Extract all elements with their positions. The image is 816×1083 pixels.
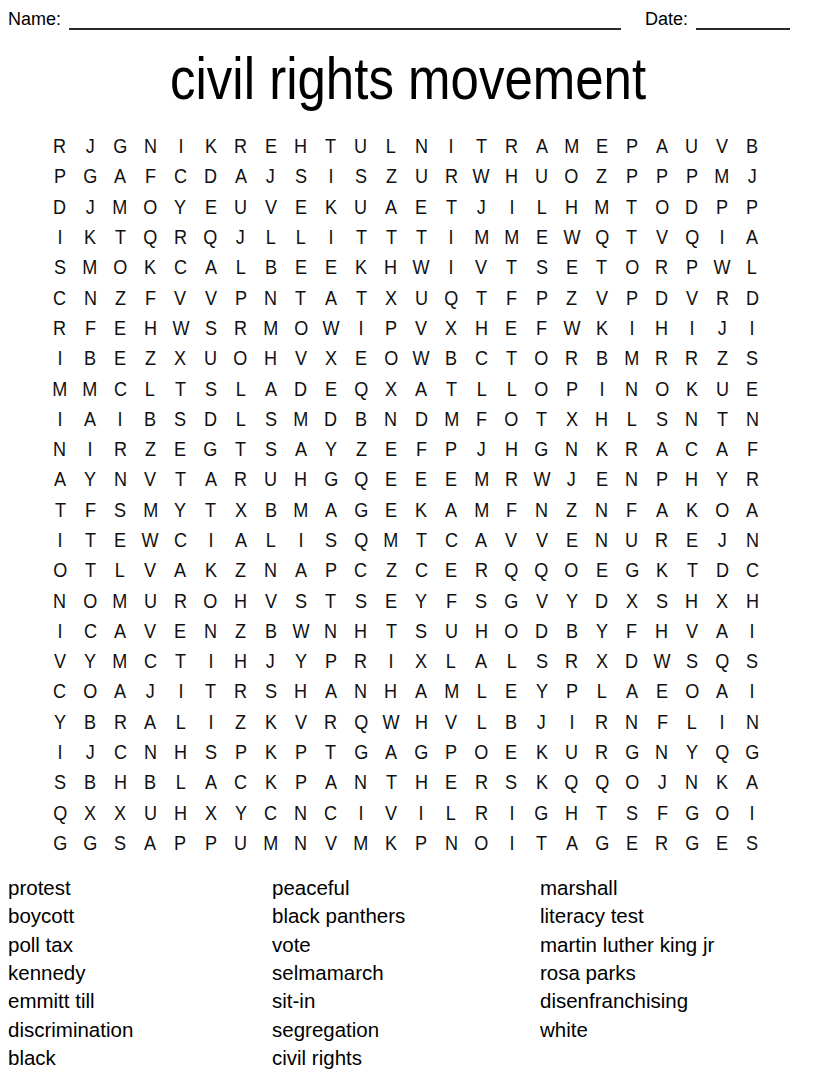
grid-cell-r3c17[interactable]: L [527,192,557,222]
grid-cell-r7c18[interactable]: W [557,313,587,343]
grid-cell-r1c9[interactable]: H [286,131,316,161]
grid-cell-r21c12[interactable]: A [376,737,406,767]
grid-cell-r6c2[interactable]: N [75,282,105,312]
grid-cell-r3c12[interactable]: A [376,192,406,222]
grid-cell-r1c13[interactable]: N [406,131,436,161]
grid-cell-r3c16[interactable]: I [496,192,526,222]
grid-cell-r17c14[interactable]: U [436,616,466,646]
grid-cell-r15c21[interactable]: K [647,555,677,585]
grid-cell-r5c13[interactable]: W [406,252,436,282]
grid-cell-r5c10[interactable]: E [316,252,346,282]
grid-cell-r2c3[interactable]: A [105,161,135,191]
grid-cell-r13c16[interactable]: F [496,495,526,525]
grid-cell-r17c23[interactable]: A [707,616,737,646]
grid-cell-r10c7[interactable]: L [226,404,256,434]
grid-cell-r10c11[interactable]: B [346,404,376,434]
grid-cell-r9c5[interactable]: T [165,373,195,403]
grid-cell-r20c1[interactable]: Y [45,707,75,737]
grid-cell-r13c21[interactable]: A [647,495,677,525]
grid-cell-r16c21[interactable]: S [647,585,677,615]
grid-cell-r3c8[interactable]: V [256,192,286,222]
grid-cell-r13c7[interactable]: X [226,495,256,525]
grid-cell-r1c15[interactable]: T [466,131,496,161]
grid-cell-r21c15[interactable]: O [466,737,496,767]
grid-cell-r1c16[interactable]: R [496,131,526,161]
grid-cell-r6c20[interactable]: P [617,282,647,312]
grid-cell-r20c22[interactable]: L [677,707,707,737]
grid-cell-r11c8[interactable]: S [256,434,286,464]
grid-cell-r17c4[interactable]: V [135,616,165,646]
grid-cell-r13c18[interactable]: Z [557,495,587,525]
grid-cell-r11c7[interactable]: T [226,434,256,464]
grid-cell-r10c5[interactable]: S [165,404,195,434]
grid-cell-r24c3[interactable]: S [105,828,135,858]
grid-cell-r24c9[interactable]: N [286,828,316,858]
grid-cell-r2c16[interactable]: H [496,161,526,191]
grid-cell-r19c17[interactable]: Y [527,676,557,706]
grid-cell-r7c19[interactable]: K [587,313,617,343]
grid-cell-r13c12[interactable]: E [376,495,406,525]
grid-cell-r6c15[interactable]: T [466,282,496,312]
grid-cell-r8c2[interactable]: B [75,343,105,373]
grid-cell-r15c9[interactable]: A [286,555,316,585]
grid-cell-r16c8[interactable]: V [256,585,286,615]
grid-cell-r13c24[interactable]: A [737,495,767,525]
grid-cell-r18c2[interactable]: Y [75,646,105,676]
grid-cell-r5c3[interactable]: O [105,252,135,282]
grid-cell-r1c6[interactable]: K [195,131,225,161]
grid-cell-r13c6[interactable]: T [195,495,225,525]
grid-cell-r12c6[interactable]: A [195,464,225,494]
grid-cell-r4c3[interactable]: T [105,222,135,252]
grid-cell-r24c19[interactable]: G [587,828,617,858]
grid-cell-r22c8[interactable]: K [256,767,286,797]
grid-cell-r10c24[interactable]: N [737,404,767,434]
grid-cell-r9c23[interactable]: U [707,373,737,403]
grid-cell-r4c24[interactable]: A [737,222,767,252]
grid-cell-r7c6[interactable]: S [195,313,225,343]
grid-cell-r20c21[interactable]: F [647,707,677,737]
grid-cell-r18c18[interactable]: R [557,646,587,676]
grid-cell-r21c10[interactable]: T [316,737,346,767]
grid-cell-r1c14[interactable]: I [436,131,466,161]
grid-cell-r23c15[interactable]: R [466,798,496,828]
grid-cell-r16c4[interactable]: U [135,585,165,615]
grid-cell-r16c19[interactable]: D [587,585,617,615]
grid-cell-r11c16[interactable]: H [496,434,526,464]
grid-cell-r19c19[interactable]: L [587,676,617,706]
grid-cell-r17c19[interactable]: Y [587,616,617,646]
grid-cell-r12c18[interactable]: J [557,464,587,494]
grid-cell-r8c5[interactable]: X [165,343,195,373]
grid-cell-r19c11[interactable]: N [346,676,376,706]
grid-cell-r13c8[interactable]: B [256,495,286,525]
grid-cell-r3c2[interactable]: J [75,192,105,222]
grid-cell-r2c17[interactable]: U [527,161,557,191]
grid-cell-r22c4[interactable]: B [135,767,165,797]
grid-cell-r22c6[interactable]: A [195,767,225,797]
grid-cell-r9c17[interactable]: O [527,373,557,403]
grid-cell-r5c4[interactable]: K [135,252,165,282]
grid-cell-r22c21[interactable]: J [647,767,677,797]
grid-cell-r12c24[interactable]: R [737,464,767,494]
grid-cell-r1c22[interactable]: U [677,131,707,161]
grid-cell-r10c9[interactable]: M [286,404,316,434]
grid-cell-r20c14[interactable]: V [436,707,466,737]
grid-cell-r14c18[interactable]: E [557,525,587,555]
grid-cell-r24c8[interactable]: M [256,828,286,858]
grid-cell-r7c10[interactable]: W [316,313,346,343]
grid-cell-r14c17[interactable]: V [527,525,557,555]
grid-cell-r9c18[interactable]: P [557,373,587,403]
grid-cell-r2c14[interactable]: R [436,161,466,191]
grid-cell-r20c20[interactable]: N [617,707,647,737]
grid-cell-r20c17[interactable]: J [527,707,557,737]
grid-cell-r5c5[interactable]: C [165,252,195,282]
grid-cell-r23c2[interactable]: X [75,798,105,828]
grid-cell-r23c10[interactable]: C [316,798,346,828]
grid-cell-r12c7[interactable]: R [226,464,256,494]
grid-cell-r5c24[interactable]: L [737,252,767,282]
grid-cell-r16c15[interactable]: S [466,585,496,615]
grid-cell-r17c3[interactable]: A [105,616,135,646]
grid-cell-r11c14[interactable]: P [436,434,466,464]
grid-cell-r12c2[interactable]: Y [75,464,105,494]
grid-cell-r10c18[interactable]: X [557,404,587,434]
grid-cell-r14c10[interactable]: S [316,525,346,555]
grid-cell-r15c13[interactable]: C [406,555,436,585]
grid-cell-r2c18[interactable]: O [557,161,587,191]
grid-cell-r21c22[interactable]: Y [677,737,707,767]
grid-cell-r2c23[interactable]: M [707,161,737,191]
grid-cell-r16c2[interactable]: O [75,585,105,615]
grid-cell-r23c22[interactable]: G [677,798,707,828]
grid-cell-r21c20[interactable]: G [617,737,647,767]
grid-cell-r12c21[interactable]: P [647,464,677,494]
grid-cell-r5c20[interactable]: O [617,252,647,282]
grid-cell-r7c13[interactable]: V [406,313,436,343]
grid-cell-r8c8[interactable]: H [256,343,286,373]
grid-cell-r3c15[interactable]: J [466,192,496,222]
grid-cell-r15c19[interactable]: E [587,555,617,585]
grid-cell-r9c6[interactable]: S [195,373,225,403]
grid-cell-r12c1[interactable]: A [45,464,75,494]
grid-cell-r16c6[interactable]: O [195,585,225,615]
grid-cell-r21c9[interactable]: P [286,737,316,767]
grid-cell-r9c14[interactable]: T [436,373,466,403]
grid-cell-r21c6[interactable]: S [195,737,225,767]
grid-cell-r4c12[interactable]: T [376,222,406,252]
grid-cell-r17c10[interactable]: N [316,616,346,646]
grid-cell-r14c19[interactable]: N [587,525,617,555]
grid-cell-r20c19[interactable]: R [587,707,617,737]
grid-cell-r20c18[interactable]: I [557,707,587,737]
grid-cell-r3c1[interactable]: D [45,192,75,222]
grid-cell-r13c22[interactable]: K [677,495,707,525]
grid-cell-r6c22[interactable]: V [677,282,707,312]
grid-cell-r4c21[interactable]: V [647,222,677,252]
grid-cell-r4c7[interactable]: J [226,222,256,252]
grid-cell-r6c3[interactable]: Z [105,282,135,312]
grid-cell-r20c15[interactable]: L [466,707,496,737]
grid-cell-r11c3[interactable]: R [105,434,135,464]
grid-cell-r18c6[interactable]: I [195,646,225,676]
grid-cell-r7c11[interactable]: I [346,313,376,343]
grid-cell-r3c18[interactable]: H [557,192,587,222]
grid-cell-r8c18[interactable]: R [557,343,587,373]
grid-cell-r11c20[interactable]: R [617,434,647,464]
grid-cell-r9c4[interactable]: L [135,373,165,403]
grid-cell-r11c10[interactable]: Y [316,434,346,464]
grid-cell-r4c22[interactable]: Q [677,222,707,252]
grid-cell-r21c14[interactable]: P [436,737,466,767]
grid-cell-r14c2[interactable]: T [75,525,105,555]
grid-cell-r22c20[interactable]: O [617,767,647,797]
grid-cell-r22c15[interactable]: R [466,767,496,797]
grid-cell-r6c21[interactable]: D [647,282,677,312]
grid-cell-r2c1[interactable]: P [45,161,75,191]
grid-cell-r22c10[interactable]: A [316,767,346,797]
grid-cell-r3c19[interactable]: M [587,192,617,222]
grid-cell-r11c12[interactable]: E [376,434,406,464]
grid-cell-r7c5[interactable]: W [165,313,195,343]
grid-cell-r9c19[interactable]: I [587,373,617,403]
grid-cell-r5c15[interactable]: V [466,252,496,282]
grid-cell-r1c2[interactable]: J [75,131,105,161]
grid-cell-r6c13[interactable]: U [406,282,436,312]
grid-cell-r9c22[interactable]: K [677,373,707,403]
grid-cell-r18c1[interactable]: V [45,646,75,676]
grid-cell-r20c12[interactable]: W [376,707,406,737]
grid-cell-r18c10[interactable]: P [316,646,346,676]
grid-cell-r2c10[interactable]: I [316,161,346,191]
grid-cell-r6c10[interactable]: A [316,282,346,312]
grid-cell-r17c18[interactable]: B [557,616,587,646]
grid-cell-r19c15[interactable]: L [466,676,496,706]
grid-cell-r4c10[interactable]: I [316,222,346,252]
grid-cell-r10c19[interactable]: H [587,404,617,434]
grid-cell-r2c5[interactable]: C [165,161,195,191]
grid-cell-r12c5[interactable]: T [165,464,195,494]
grid-cell-r3c5[interactable]: Y [165,192,195,222]
grid-cell-r24c10[interactable]: V [316,828,346,858]
grid-cell-r1c4[interactable]: N [135,131,165,161]
grid-cell-r3c10[interactable]: K [316,192,346,222]
grid-cell-r14c3[interactable]: E [105,525,135,555]
grid-cell-r22c9[interactable]: P [286,767,316,797]
grid-cell-r8c17[interactable]: O [527,343,557,373]
grid-cell-r3c14[interactable]: T [436,192,466,222]
grid-cell-r23c16[interactable]: I [496,798,526,828]
grid-cell-r6c7[interactable]: P [226,282,256,312]
grid-cell-r15c3[interactable]: L [105,555,135,585]
grid-cell-r19c8[interactable]: S [256,676,286,706]
grid-cell-r22c12[interactable]: T [376,767,406,797]
grid-cell-r13c2[interactable]: F [75,495,105,525]
grid-cell-r1c23[interactable]: V [707,131,737,161]
grid-cell-r20c3[interactable]: R [105,707,135,737]
grid-cell-r21c3[interactable]: C [105,737,135,767]
grid-cell-r22c5[interactable]: L [165,767,195,797]
grid-cell-r18c24[interactable]: S [737,646,767,676]
grid-cell-r11c5[interactable]: E [165,434,195,464]
grid-cell-r19c16[interactable]: E [496,676,526,706]
grid-cell-r3c4[interactable]: O [135,192,165,222]
grid-cell-r1c1[interactable]: R [45,131,75,161]
grid-cell-r1c7[interactable]: R [226,131,256,161]
grid-cell-r5c8[interactable]: B [256,252,286,282]
grid-cell-r21c18[interactable]: U [557,737,587,767]
grid-cell-r2c4[interactable]: F [135,161,165,191]
grid-cell-r9c8[interactable]: A [256,373,286,403]
grid-cell-r3c7[interactable]: U [226,192,256,222]
grid-cell-r14c13[interactable]: T [406,525,436,555]
grid-cell-r11c6[interactable]: G [195,434,225,464]
grid-cell-r2c22[interactable]: P [677,161,707,191]
grid-cell-r19c2[interactable]: O [75,676,105,706]
grid-cell-r16c9[interactable]: S [286,585,316,615]
grid-cell-r13c17[interactable]: N [527,495,557,525]
grid-cell-r16c12[interactable]: E [376,585,406,615]
grid-cell-r10c16[interactable]: O [496,404,526,434]
grid-cell-r13c5[interactable]: Y [165,495,195,525]
grid-cell-r4c19[interactable]: Q [587,222,617,252]
grid-cell-r3c21[interactable]: O [647,192,677,222]
grid-cell-r5c12[interactable]: H [376,252,406,282]
grid-cell-r16c11[interactable]: S [346,585,376,615]
grid-cell-r15c5[interactable]: A [165,555,195,585]
grid-cell-r12c11[interactable]: Q [346,464,376,494]
grid-cell-r5c19[interactable]: T [587,252,617,282]
grid-cell-r24c22[interactable]: G [677,828,707,858]
grid-cell-r12c10[interactable]: G [316,464,346,494]
grid-cell-r4c1[interactable]: I [45,222,75,252]
grid-cell-r17c24[interactable]: I [737,616,767,646]
grid-cell-r2c24[interactable]: J [737,161,767,191]
grid-cell-r19c5[interactable]: I [165,676,195,706]
grid-cell-r12c13[interactable]: E [406,464,436,494]
grid-cell-r24c17[interactable]: T [527,828,557,858]
grid-cell-r20c11[interactable]: Q [346,707,376,737]
grid-cell-r15c11[interactable]: C [346,555,376,585]
grid-cell-r24c2[interactable]: G [75,828,105,858]
grid-cell-r24c5[interactable]: P [165,828,195,858]
grid-cell-r17c7[interactable]: Z [226,616,256,646]
grid-cell-r11c17[interactable]: G [527,434,557,464]
grid-cell-r16c10[interactable]: T [316,585,346,615]
grid-cell-r19c10[interactable]: A [316,676,346,706]
grid-cell-r20c8[interactable]: K [256,707,286,737]
grid-cell-r21c24[interactable]: G [737,737,767,767]
grid-cell-r4c9[interactable]: L [286,222,316,252]
grid-cell-r11c13[interactable]: F [406,434,436,464]
grid-cell-r5c21[interactable]: R [647,252,677,282]
grid-cell-r10c17[interactable]: T [527,404,557,434]
grid-cell-r11c11[interactable]: Z [346,434,376,464]
grid-cell-r10c15[interactable]: F [466,404,496,434]
grid-cell-r22c18[interactable]: Q [557,767,587,797]
grid-cell-r4c18[interactable]: W [557,222,587,252]
grid-cell-r20c9[interactable]: V [286,707,316,737]
grid-cell-r15c2[interactable]: T [75,555,105,585]
grid-cell-r18c12[interactable]: I [376,646,406,676]
grid-cell-r6c6[interactable]: V [195,282,225,312]
grid-cell-r24c23[interactable]: E [707,828,737,858]
grid-cell-r7c23[interactable]: J [707,313,737,343]
grid-cell-r16c17[interactable]: V [527,585,557,615]
grid-cell-r22c3[interactable]: H [105,767,135,797]
grid-cell-r23c19[interactable]: T [587,798,617,828]
grid-cell-r9c13[interactable]: A [406,373,436,403]
grid-cell-r18c14[interactable]: L [436,646,466,676]
grid-cell-r4c11[interactable]: T [346,222,376,252]
grid-cell-r2c11[interactable]: S [346,161,376,191]
grid-cell-r23c17[interactable]: G [527,798,557,828]
grid-cell-r15c18[interactable]: O [557,555,587,585]
grid-cell-r4c6[interactable]: Q [195,222,225,252]
grid-cell-r1c3[interactable]: G [105,131,135,161]
grid-cell-r2c21[interactable]: P [647,161,677,191]
grid-cell-r17c16[interactable]: O [496,616,526,646]
grid-cell-r6c9[interactable]: T [286,282,316,312]
grid-cell-r22c7[interactable]: C [226,767,256,797]
grid-cell-r19c20[interactable]: A [617,676,647,706]
grid-cell-r24c7[interactable]: U [226,828,256,858]
grid-cell-r21c11[interactable]: G [346,737,376,767]
grid-cell-r24c6[interactable]: P [195,828,225,858]
grid-cell-r9c15[interactable]: L [466,373,496,403]
grid-cell-r21c1[interactable]: I [45,737,75,767]
grid-cell-r8c11[interactable]: E [346,343,376,373]
grid-cell-r15c8[interactable]: N [256,555,286,585]
grid-cell-r10c14[interactable]: M [436,404,466,434]
name-input-line[interactable] [69,10,621,30]
grid-cell-r10c3[interactable]: I [105,404,135,434]
grid-cell-r9c20[interactable]: N [617,373,647,403]
grid-cell-r18c17[interactable]: S [527,646,557,676]
grid-cell-r14c6[interactable]: I [195,525,225,555]
grid-cell-r2c9[interactable]: S [286,161,316,191]
grid-cell-r15c12[interactable]: Z [376,555,406,585]
grid-cell-r12c9[interactable]: H [286,464,316,494]
grid-cell-r8c24[interactable]: S [737,343,767,373]
grid-cell-r18c8[interactable]: J [256,646,286,676]
grid-cell-r17c22[interactable]: V [677,616,707,646]
grid-cell-r16c1[interactable]: N [45,585,75,615]
grid-cell-r4c5[interactable]: R [165,222,195,252]
grid-cell-r19c23[interactable]: A [707,676,737,706]
grid-cell-r24c18[interactable]: A [557,828,587,858]
grid-cell-r6c19[interactable]: V [587,282,617,312]
grid-cell-r16c7[interactable]: H [226,585,256,615]
grid-cell-r15c4[interactable]: V [135,555,165,585]
grid-cell-r10c4[interactable]: B [135,404,165,434]
grid-cell-r8c19[interactable]: B [587,343,617,373]
grid-cell-r19c4[interactable]: J [135,676,165,706]
grid-cell-r18c22[interactable]: S [677,646,707,676]
grid-cell-r22c22[interactable]: N [677,767,707,797]
grid-cell-r5c14[interactable]: I [436,252,466,282]
grid-cell-r23c8[interactable]: C [256,798,286,828]
grid-cell-r7c20[interactable]: I [617,313,647,343]
grid-cell-r11c23[interactable]: A [707,434,737,464]
grid-cell-r7c3[interactable]: E [105,313,135,343]
grid-cell-r6c16[interactable]: F [496,282,526,312]
grid-cell-r13c3[interactable]: S [105,495,135,525]
grid-cell-r11c2[interactable]: I [75,434,105,464]
grid-cell-r8c3[interactable]: E [105,343,135,373]
grid-cell-r16c16[interactable]: G [496,585,526,615]
